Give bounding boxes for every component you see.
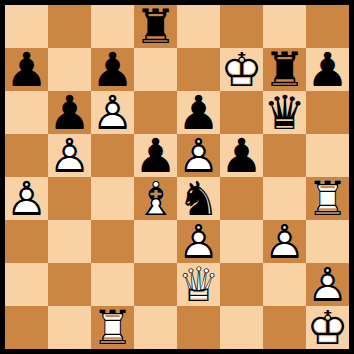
piece-white-rook[interactable]: ♜♖ <box>306 177 349 220</box>
white-pawn-glyph-fill: ♟ <box>91 91 134 134</box>
piece-black-pawn[interactable]: ♟ <box>177 91 220 134</box>
square-b2[interactable] <box>48 263 91 306</box>
piece-black-knight[interactable]: ♞ <box>177 177 220 220</box>
square-a2[interactable] <box>5 263 48 306</box>
piece-black-pawn[interactable]: ♟ <box>48 91 91 134</box>
piece-white-pawn[interactable]: ♟♙ <box>5 177 48 220</box>
square-c4[interactable] <box>91 177 134 220</box>
white-pawn-glyph-outline: ♙ <box>48 134 91 177</box>
square-h5[interactable] <box>306 134 349 177</box>
black-pawn-glyph-fill: ♟ <box>5 48 48 91</box>
square-f7[interactable]: ♚♔ <box>220 48 263 91</box>
square-g5[interactable] <box>263 134 306 177</box>
black-pawn-glyph-fill: ♟ <box>220 134 263 177</box>
square-a8[interactable] <box>5 5 48 48</box>
square-h4[interactable]: ♜♖ <box>306 177 349 220</box>
square-d6[interactable] <box>134 91 177 134</box>
square-f6[interactable] <box>220 91 263 134</box>
black-queen-glyph-fill: ♛ <box>263 91 306 134</box>
piece-white-rook[interactable]: ♜♖ <box>91 306 134 349</box>
square-h3[interactable] <box>306 220 349 263</box>
square-g7[interactable]: ♜ <box>263 48 306 91</box>
white-pawn-glyph-outline: ♙ <box>263 220 306 263</box>
square-f8[interactable] <box>220 5 263 48</box>
square-c7[interactable]: ♟ <box>91 48 134 91</box>
square-a6[interactable] <box>5 91 48 134</box>
square-f3[interactable] <box>220 220 263 263</box>
white-queen-glyph-fill: ♛ <box>177 263 220 306</box>
white-pawn-glyph-fill: ♟ <box>177 220 220 263</box>
piece-white-king[interactable]: ♚♔ <box>220 48 263 91</box>
black-pawn-glyph-fill: ♟ <box>48 91 91 134</box>
white-pawn-glyph-fill: ♟ <box>177 134 220 177</box>
white-rook-glyph-fill: ♜ <box>91 306 134 349</box>
square-c3[interactable] <box>91 220 134 263</box>
piece-white-pawn[interactable]: ♟♙ <box>177 134 220 177</box>
square-a7[interactable]: ♟ <box>5 48 48 91</box>
square-g4[interactable] <box>263 177 306 220</box>
black-pawn-glyph-fill: ♟ <box>306 48 349 91</box>
square-d2[interactable] <box>134 263 177 306</box>
piece-black-rook[interactable]: ♜ <box>263 48 306 91</box>
square-d4[interactable]: ♝♗ <box>134 177 177 220</box>
chess-board: ♜♟♟♚♔♜♟♟♟♙♟♛♟♙♟♟♙♟♟♙♝♗♞♜♖♟♙♟♙♛♕♟♙♜♖♚♔ <box>5 5 349 349</box>
piece-black-pawn[interactable]: ♟ <box>5 48 48 91</box>
white-pawn-glyph-fill: ♟ <box>263 220 306 263</box>
board-frame: ♜♟♟♚♔♜♟♟♟♙♟♛♟♙♟♟♙♟♟♙♝♗♞♜♖♟♙♟♙♛♕♟♙♜♖♚♔ <box>0 0 354 354</box>
square-d1[interactable] <box>134 306 177 349</box>
square-c1[interactable]: ♜♖ <box>91 306 134 349</box>
square-b3[interactable] <box>48 220 91 263</box>
piece-black-queen[interactable]: ♛ <box>263 91 306 134</box>
white-bishop-glyph-outline: ♗ <box>134 177 177 220</box>
square-e2[interactable]: ♛♕ <box>177 263 220 306</box>
white-king-glyph-outline: ♔ <box>306 306 349 349</box>
white-king-glyph-fill: ♚ <box>306 306 349 349</box>
black-pawn-glyph-fill: ♟ <box>91 48 134 91</box>
square-b7[interactable] <box>48 48 91 91</box>
square-c8[interactable] <box>91 5 134 48</box>
square-c6[interactable]: ♟♙ <box>91 91 134 134</box>
piece-black-pawn[interactable]: ♟ <box>306 48 349 91</box>
square-a5[interactable] <box>5 134 48 177</box>
piece-white-pawn[interactable]: ♟♙ <box>91 91 134 134</box>
square-h7[interactable]: ♟ <box>306 48 349 91</box>
square-b8[interactable] <box>48 5 91 48</box>
square-h1[interactable]: ♚♔ <box>306 306 349 349</box>
square-c5[interactable] <box>91 134 134 177</box>
square-g8[interactable] <box>263 5 306 48</box>
square-h2[interactable]: ♟♙ <box>306 263 349 306</box>
white-pawn-glyph-outline: ♙ <box>91 91 134 134</box>
piece-black-pawn[interactable]: ♟ <box>220 134 263 177</box>
square-e3[interactable]: ♟♙ <box>177 220 220 263</box>
white-bishop-glyph-fill: ♝ <box>134 177 177 220</box>
black-pawn-glyph-fill: ♟ <box>177 91 220 134</box>
white-pawn-glyph-fill: ♟ <box>5 177 48 220</box>
square-d8[interactable]: ♜ <box>134 5 177 48</box>
square-h8[interactable] <box>306 5 349 48</box>
black-knight-glyph-fill: ♞ <box>177 177 220 220</box>
white-queen-glyph-outline: ♕ <box>177 263 220 306</box>
square-e8[interactable] <box>177 5 220 48</box>
square-a1[interactable] <box>5 306 48 349</box>
piece-white-queen[interactable]: ♛♕ <box>177 263 220 306</box>
white-king-glyph-fill: ♚ <box>220 48 263 91</box>
white-rook-glyph-outline: ♖ <box>91 306 134 349</box>
square-e7[interactable] <box>177 48 220 91</box>
square-d7[interactable] <box>134 48 177 91</box>
white-pawn-glyph-outline: ♙ <box>177 220 220 263</box>
square-b5[interactable]: ♟♙ <box>48 134 91 177</box>
square-b4[interactable] <box>48 177 91 220</box>
square-g1[interactable] <box>263 306 306 349</box>
square-d5[interactable]: ♟ <box>134 134 177 177</box>
square-f4[interactable] <box>220 177 263 220</box>
piece-black-pawn[interactable]: ♟ <box>91 48 134 91</box>
piece-black-pawn[interactable]: ♟ <box>134 134 177 177</box>
piece-white-king[interactable]: ♚♔ <box>306 306 349 349</box>
white-rook-glyph-outline: ♖ <box>306 177 349 220</box>
square-f2[interactable] <box>220 263 263 306</box>
square-a4[interactable]: ♟♙ <box>5 177 48 220</box>
piece-white-bishop[interactable]: ♝♗ <box>134 177 177 220</box>
piece-white-pawn[interactable]: ♟♙ <box>306 263 349 306</box>
white-pawn-glyph-outline: ♙ <box>177 134 220 177</box>
white-pawn-glyph-fill: ♟ <box>48 134 91 177</box>
black-rook-glyph-fill: ♜ <box>263 48 306 91</box>
square-h6[interactable] <box>306 91 349 134</box>
square-b6[interactable]: ♟ <box>48 91 91 134</box>
square-f1[interactable] <box>220 306 263 349</box>
piece-black-rook[interactable]: ♜ <box>134 5 177 48</box>
white-pawn-glyph-fill: ♟ <box>306 263 349 306</box>
square-e6[interactable]: ♟ <box>177 91 220 134</box>
square-d3[interactable] <box>134 220 177 263</box>
piece-white-pawn[interactable]: ♟♙ <box>48 134 91 177</box>
black-pawn-glyph-fill: ♟ <box>134 134 177 177</box>
piece-white-pawn[interactable]: ♟♙ <box>177 220 220 263</box>
square-e1[interactable] <box>177 306 220 349</box>
square-e5[interactable]: ♟♙ <box>177 134 220 177</box>
square-a3[interactable] <box>5 220 48 263</box>
square-g2[interactable] <box>263 263 306 306</box>
white-pawn-glyph-outline: ♙ <box>306 263 349 306</box>
square-e4[interactable]: ♞ <box>177 177 220 220</box>
black-rook-glyph-fill: ♜ <box>134 5 177 48</box>
white-rook-glyph-fill: ♜ <box>306 177 349 220</box>
white-king-glyph-outline: ♔ <box>220 48 263 91</box>
square-g3[interactable]: ♟♙ <box>263 220 306 263</box>
square-f5[interactable]: ♟ <box>220 134 263 177</box>
square-g6[interactable]: ♛ <box>263 91 306 134</box>
square-c2[interactable] <box>91 263 134 306</box>
piece-white-pawn[interactable]: ♟♙ <box>263 220 306 263</box>
white-pawn-glyph-outline: ♙ <box>5 177 48 220</box>
square-b1[interactable] <box>48 306 91 349</box>
